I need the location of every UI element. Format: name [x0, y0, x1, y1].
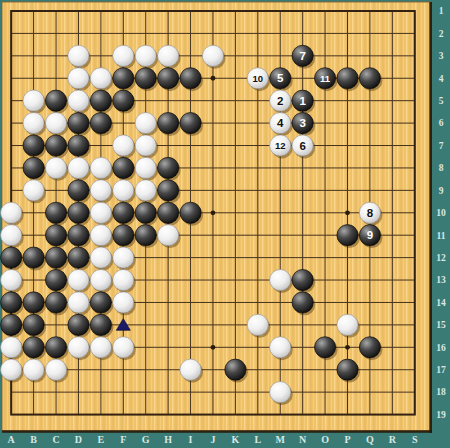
column-label: Q [366, 434, 374, 445]
go-diagram-window: 710511214312689ABCDEFGHIJKLMNOPQRS123456… [0, 0, 450, 448]
move-number: 4 [277, 117, 284, 129]
column-label: N [299, 434, 307, 445]
column-label: H [164, 434, 172, 445]
row-label: 10 [436, 208, 446, 218]
move-number: 8 [367, 207, 374, 219]
board-edge-right [429, 2, 432, 433]
row-label: 2 [439, 29, 444, 39]
row-label: 5 [439, 96, 444, 106]
row-label: 6 [439, 118, 444, 128]
board-edge-bottom [2, 430, 432, 433]
move-number: 12 [275, 140, 286, 151]
move-number: 1 [299, 95, 306, 107]
row-label: 9 [439, 186, 444, 196]
row-label: 12 [436, 253, 446, 263]
column-label: P [344, 434, 350, 445]
move-number: 11 [320, 73, 331, 84]
row-label: 18 [436, 387, 446, 397]
row-label: 19 [436, 410, 446, 420]
column-label: C [52, 434, 59, 445]
row-label: 4 [439, 74, 444, 84]
move-number: 9 [367, 229, 373, 241]
column-label: A [8, 434, 16, 445]
column-label: B [30, 434, 37, 445]
column-label: F [120, 434, 126, 445]
column-label: I [189, 434, 193, 445]
move-number: 2 [277, 95, 283, 107]
row-label: 1 [439, 6, 444, 16]
row-label: 7 [439, 141, 444, 151]
column-label: K [232, 434, 240, 445]
column-label: O [321, 434, 329, 445]
column-label: E [98, 434, 105, 445]
column-label: L [254, 434, 261, 445]
move-number: 6 [299, 140, 305, 152]
column-label: D [75, 434, 82, 445]
row-label: 11 [437, 231, 446, 241]
row-label: 3 [439, 51, 444, 61]
column-label: S [412, 434, 418, 445]
column-label: R [389, 434, 397, 445]
row-label: 15 [436, 320, 446, 330]
row-label: 13 [436, 275, 446, 285]
move-number: 5 [277, 72, 284, 84]
row-label: 14 [436, 298, 446, 308]
go-board[interactable]: 710511214312689ABCDEFGHIJKLMNOPQRS123456… [0, 0, 450, 448]
move-number: 7 [299, 50, 305, 62]
row-label: 17 [436, 365, 446, 375]
move-number: 10 [253, 73, 264, 84]
column-label: M [276, 434, 286, 445]
column-label: J [210, 434, 215, 445]
column-label: G [142, 434, 150, 445]
row-label: 8 [439, 163, 444, 173]
row-label: 16 [436, 343, 446, 353]
move-number: 3 [299, 117, 305, 129]
